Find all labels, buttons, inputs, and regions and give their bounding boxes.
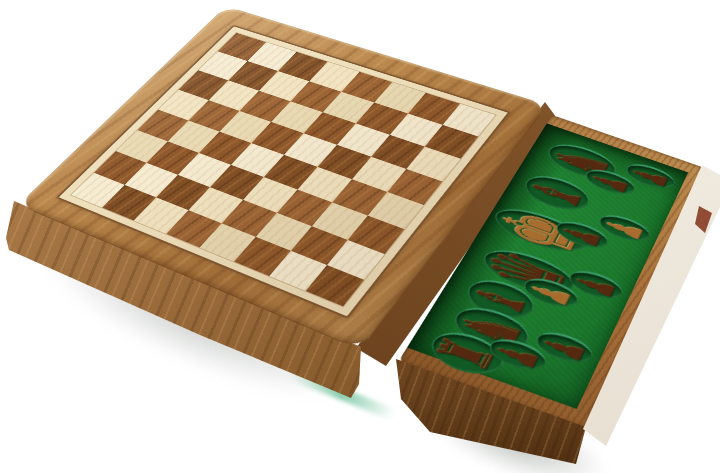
- chess-box-scene: ♞♝♚♛♝♞♜♟♟♟♟♟♟♟♟: [0, 0, 720, 473]
